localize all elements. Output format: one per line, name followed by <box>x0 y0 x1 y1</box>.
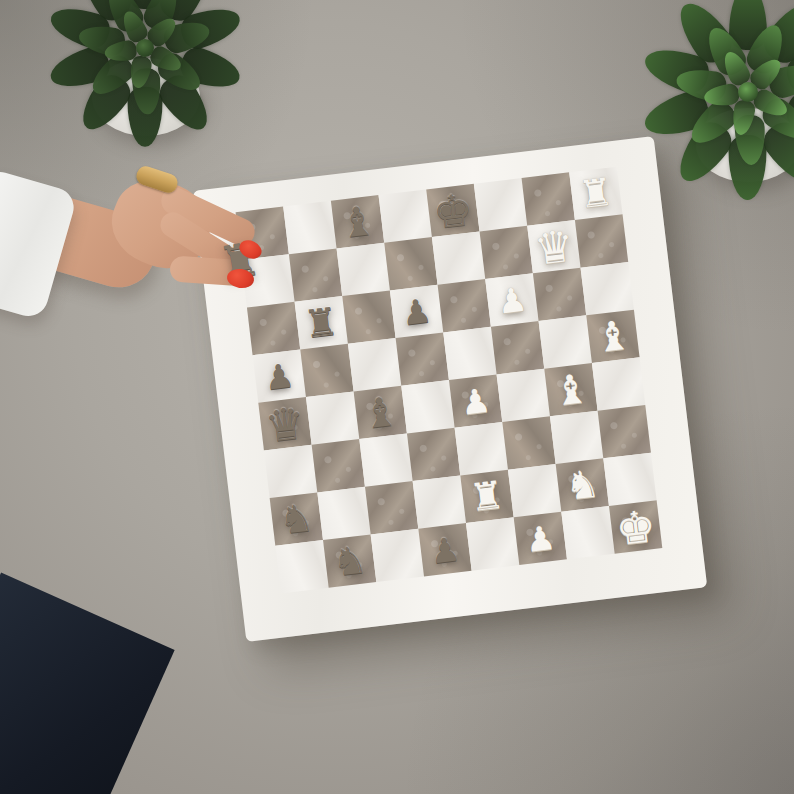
dark-trouser-fabric <box>0 573 175 794</box>
piece-grey-knight-a2[interactable]: ♞ <box>270 492 323 545</box>
square-a4[interactable]: ♛ <box>258 397 311 450</box>
square-d8[interactable] <box>379 189 432 242</box>
square-g5[interactable] <box>539 315 592 368</box>
square-a5[interactable]: ♟ <box>253 349 306 402</box>
square-a3[interactable] <box>264 445 317 498</box>
piece-white-pawn-f1[interactable]: ♟ <box>514 512 567 565</box>
piece-white-rook-e2[interactable]: ♜ <box>460 470 513 523</box>
square-c1[interactable] <box>371 529 424 582</box>
square-f7[interactable] <box>480 226 533 279</box>
square-f6[interactable]: ♟ <box>485 273 538 326</box>
piece-white-pawn-e4[interactable]: ♟ <box>449 374 502 427</box>
piece-grey-pawn-a5[interactable]: ♟ <box>253 349 306 402</box>
square-b1[interactable]: ♞ <box>323 534 376 587</box>
overhead-chess-photo-scene: ♝♚♜♛♜♟♟♟♝♛♝♟♝♞♜♞♞♟♟♚ ♜ <box>0 0 794 794</box>
square-h1[interactable]: ♚ <box>609 500 662 553</box>
piece-white-queen-g7[interactable]: ♛ <box>527 220 580 273</box>
square-b2[interactable] <box>317 487 370 540</box>
square-d6[interactable]: ♟ <box>390 285 443 338</box>
square-b8[interactable] <box>283 201 336 254</box>
square-c6[interactable] <box>342 290 395 343</box>
square-b3[interactable] <box>312 439 365 492</box>
square-c4[interactable]: ♝ <box>354 386 407 439</box>
square-d5[interactable] <box>396 332 449 385</box>
piece-white-pawn-f6[interactable]: ♟ <box>485 273 538 326</box>
square-d7[interactable] <box>384 237 437 290</box>
square-e2[interactable]: ♜ <box>460 470 513 523</box>
square-a6[interactable] <box>247 302 300 355</box>
piece-grey-pawn-d1[interactable]: ♟ <box>418 523 471 576</box>
square-e4[interactable]: ♟ <box>449 374 502 427</box>
piece-grey-king-e8[interactable]: ♚ <box>426 184 479 237</box>
square-f8[interactable] <box>474 178 527 231</box>
square-c7[interactable] <box>337 243 390 296</box>
square-g6[interactable] <box>533 268 586 321</box>
square-f1[interactable]: ♟ <box>514 512 567 565</box>
board-grid: ♝♚♜♛♜♟♟♟♝♛♝♟♝♞♜♞♞♟♟♚ <box>236 167 663 594</box>
piece-white-knight-g2[interactable]: ♞ <box>556 458 609 511</box>
square-g3[interactable] <box>550 411 603 464</box>
square-b5[interactable] <box>300 344 353 397</box>
square-h4[interactable] <box>592 357 645 410</box>
square-b7[interactable] <box>289 248 342 301</box>
piece-grey-knight-b1[interactable]: ♞ <box>323 534 376 587</box>
piece-white-bishop-g4[interactable]: ♝ <box>544 363 597 416</box>
square-e7[interactable] <box>432 231 485 284</box>
square-d2[interactable] <box>413 475 466 528</box>
piece-grey-bishop-c8[interactable]: ♝ <box>331 195 384 248</box>
piece-grey-pawn-d6[interactable]: ♟ <box>390 285 443 338</box>
square-h2[interactable] <box>603 453 656 506</box>
square-c5[interactable] <box>348 338 401 391</box>
square-e5[interactable] <box>443 327 496 380</box>
square-a1[interactable] <box>275 540 328 593</box>
square-c3[interactable] <box>359 433 412 486</box>
piece-white-rook-h8[interactable]: ♜ <box>569 167 622 220</box>
square-h8[interactable]: ♜ <box>569 167 622 220</box>
square-g8[interactable] <box>522 172 575 225</box>
piece-white-bishop-h5[interactable]: ♝ <box>586 310 639 363</box>
square-d1[interactable]: ♟ <box>418 523 471 576</box>
square-e3[interactable] <box>455 422 508 475</box>
square-f4[interactable] <box>497 369 550 422</box>
marble-chess-board: ♝♚♜♛♜♟♟♟♝♛♝♟♝♞♜♞♞♟♟♚ <box>193 136 707 642</box>
square-h3[interactable] <box>598 405 651 458</box>
square-f5[interactable] <box>491 321 544 374</box>
square-g2[interactable]: ♞ <box>556 458 609 511</box>
square-h7[interactable] <box>575 214 628 267</box>
square-b6[interactable]: ♜ <box>295 296 348 349</box>
square-b4[interactable] <box>306 391 359 444</box>
square-g1[interactable] <box>561 506 614 559</box>
piece-white-king-h1[interactable]: ♚ <box>609 500 662 553</box>
square-f2[interactable] <box>508 464 561 517</box>
piece-grey-rook-b6[interactable]: ♜ <box>295 296 348 349</box>
piece-grey-bishop-c4[interactable]: ♝ <box>354 386 407 439</box>
piece-grey-queen-a4[interactable]: ♛ <box>258 397 311 450</box>
square-d4[interactable] <box>401 380 454 433</box>
succulent-center-bud <box>738 82 758 102</box>
square-g7[interactable]: ♛ <box>527 220 580 273</box>
square-e1[interactable] <box>466 517 519 570</box>
square-f3[interactable] <box>502 416 555 469</box>
square-e6[interactable] <box>438 279 491 332</box>
square-d3[interactable] <box>407 428 460 481</box>
square-g4[interactable]: ♝ <box>544 363 597 416</box>
square-c8[interactable]: ♝ <box>331 195 384 248</box>
square-h5[interactable]: ♝ <box>586 310 639 363</box>
square-h6[interactable] <box>581 262 634 315</box>
square-e8[interactable]: ♚ <box>426 184 479 237</box>
square-c2[interactable] <box>365 481 418 534</box>
square-a2[interactable]: ♞ <box>270 492 323 545</box>
